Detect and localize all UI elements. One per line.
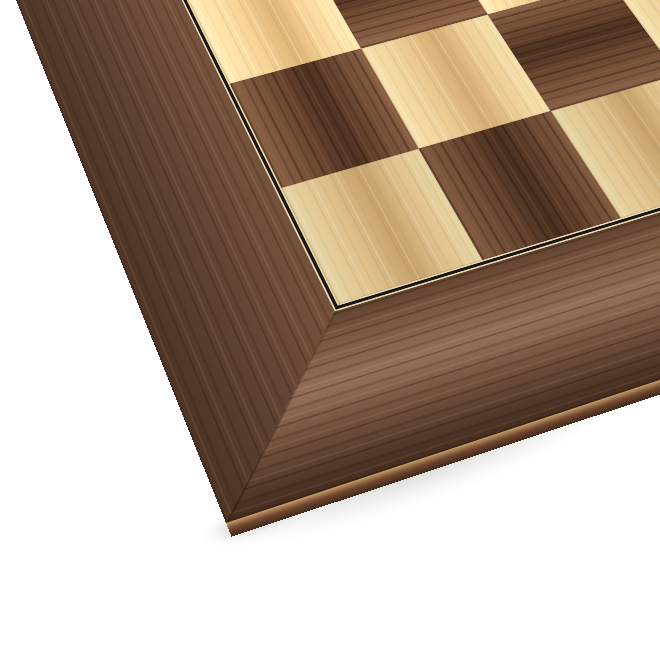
board-frame-left-band xyxy=(0,0,660,523)
chess-board xyxy=(0,0,660,537)
product-photo-stage xyxy=(0,0,660,660)
